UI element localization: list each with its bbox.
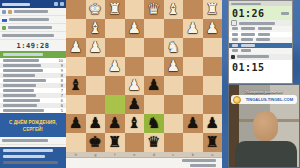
close-icon[interactable] bbox=[60, 2, 64, 6]
square-f3[interactable] bbox=[105, 38, 125, 57]
banner-site-link: TINGALUS-TINGEL.COM bbox=[245, 97, 292, 102]
black-player-name bbox=[237, 55, 269, 58]
white-knight: ♞ bbox=[167, 38, 180, 57]
square-h2[interactable] bbox=[66, 19, 86, 38]
opponent-name-text bbox=[9, 18, 49, 21]
broadcast-timer: 1:49:28 bbox=[0, 40, 66, 51]
event-row[interactable] bbox=[0, 24, 66, 32]
chess-client-screen: 1:49:28 109988877665 С ДНЁМ РОЖДЕНИЯ, СЕ… bbox=[0, 0, 300, 168]
window-title-text bbox=[2, 3, 30, 6]
square-a5[interactable] bbox=[203, 76, 223, 95]
standings-player-name bbox=[3, 94, 36, 97]
white-bishop: ♝ bbox=[89, 19, 102, 38]
standings-player-name bbox=[3, 84, 36, 87]
black-pawn: ♟ bbox=[206, 114, 219, 133]
white-pawn: ♟ bbox=[186, 19, 199, 38]
tournament-sidebar: 1:49:28 109988877665 С ДНЁМ РОЖДЕНИЯ, СЕ… bbox=[0, 0, 67, 168]
move-list bbox=[229, 26, 292, 54]
square-f1[interactable]: ♜ bbox=[105, 0, 125, 19]
white-rook: ♜ bbox=[206, 0, 219, 19]
black-pawn: ♟ bbox=[89, 114, 102, 133]
chess-board: ♚♜♛♝♜♝♟♟♟♟♟♞♟♟♝♟♟♟♟♟♟♝♞♟♟♚♜♛♜ bbox=[66, 0, 222, 152]
black-queen: ♛ bbox=[147, 133, 160, 152]
standings-player-name bbox=[3, 79, 46, 82]
white-pawn: ♟ bbox=[128, 76, 141, 95]
player-info-row[interactable] bbox=[0, 8, 66, 16]
square-d6[interactable] bbox=[144, 95, 164, 114]
black-pawn: ♟ bbox=[186, 114, 199, 133]
russia-flag-icon bbox=[2, 18, 7, 22]
opponent-info-row[interactable] bbox=[0, 16, 66, 24]
white-queen: ♛ bbox=[147, 0, 160, 19]
square-h5[interactable]: ♝ bbox=[66, 76, 86, 95]
square-b1[interactable] bbox=[183, 0, 203, 19]
square-f4[interactable]: ♟ bbox=[105, 57, 125, 76]
white-clock-row: 01:26 bbox=[229, 6, 292, 20]
streamer-head bbox=[253, 111, 278, 141]
square-d1[interactable]: ♛ bbox=[144, 0, 164, 19]
square-g2[interactable]: ♝ bbox=[86, 19, 106, 38]
player-name-text bbox=[14, 10, 48, 13]
coin-icon bbox=[233, 96, 241, 104]
white-pawn: ♟ bbox=[108, 57, 121, 76]
square-g3[interactable]: ♟ bbox=[86, 38, 106, 57]
board-icon bbox=[8, 10, 12, 14]
square-d4[interactable] bbox=[144, 57, 164, 76]
board-status-bar bbox=[66, 157, 222, 168]
pawn-icon bbox=[2, 10, 6, 14]
black-pawn: ♟ bbox=[147, 76, 160, 95]
square-c5[interactable] bbox=[164, 76, 184, 95]
black-bishop: ♝ bbox=[128, 114, 141, 133]
standings-player-name bbox=[3, 104, 37, 107]
square-b2[interactable]: ♟ bbox=[183, 19, 203, 38]
birthday-line1: С ДНЁМ РОЖДЕНИЯ, bbox=[9, 119, 57, 125]
square-a7[interactable]: ♟ bbox=[203, 114, 223, 133]
event-text bbox=[8, 26, 52, 29]
white-bishop: ♝ bbox=[167, 0, 180, 19]
square-f7[interactable]: ♟ bbox=[105, 114, 125, 133]
square-h7[interactable]: ♟ bbox=[66, 114, 86, 133]
square-g8[interactable]: ♚ bbox=[86, 133, 106, 152]
square-a1[interactable]: ♜ bbox=[203, 0, 223, 19]
square-b3[interactable] bbox=[183, 38, 203, 57]
square-d5[interactable]: ♟ bbox=[144, 76, 164, 95]
square-a4[interactable] bbox=[203, 57, 223, 76]
square-h4[interactable] bbox=[66, 57, 86, 76]
square-g4[interactable] bbox=[86, 57, 106, 76]
square-c4[interactable]: ♟ bbox=[164, 57, 184, 76]
white-increment-text bbox=[281, 12, 289, 15]
white-clock: 01:26 bbox=[232, 8, 265, 19]
streamer-shoulders bbox=[235, 141, 297, 168]
black-king: ♚ bbox=[89, 133, 102, 152]
sidebar-footer bbox=[0, 147, 66, 168]
standings-header-text bbox=[3, 53, 43, 56]
square-e4[interactable] bbox=[125, 57, 145, 76]
square-a8[interactable]: ♜ bbox=[203, 133, 223, 152]
square-e7[interactable]: ♝ bbox=[125, 114, 145, 133]
square-b8[interactable] bbox=[183, 133, 203, 152]
link-icon bbox=[2, 26, 6, 30]
square-c3[interactable]: ♞ bbox=[164, 38, 184, 57]
black-pawn: ♟ bbox=[108, 114, 121, 133]
square-b4[interactable] bbox=[183, 57, 203, 76]
black-pawn: ♟ bbox=[69, 114, 82, 133]
black-rook: ♜ bbox=[108, 133, 121, 152]
black-rook: ♜ bbox=[206, 133, 219, 152]
standings-score: 5 bbox=[61, 108, 63, 113]
black-clock-row: 01:15 bbox=[229, 60, 292, 76]
banner-pill: TINGALUS-TINGEL.COM bbox=[231, 95, 297, 104]
square-c8[interactable] bbox=[164, 133, 184, 152]
standings-player-name bbox=[3, 109, 44, 112]
square-e3[interactable] bbox=[125, 38, 145, 57]
standings-player-name bbox=[3, 74, 35, 77]
square-b6[interactable] bbox=[183, 95, 203, 114]
white-pawn: ♟ bbox=[89, 38, 102, 57]
square-g5[interactable] bbox=[86, 76, 106, 95]
white-pawn: ♟ bbox=[69, 38, 82, 57]
birthday-line2: СЕРГЕЙ! bbox=[23, 126, 43, 132]
standings-player-name bbox=[3, 64, 41, 67]
white-pawn: ♟ bbox=[167, 57, 180, 76]
minimize-icon[interactable] bbox=[54, 2, 58, 6]
standings-player-name bbox=[3, 69, 43, 72]
square-g1[interactable]: ♚ bbox=[86, 0, 106, 19]
square-d7[interactable]: ♞ bbox=[144, 114, 164, 133]
black-clock: 01:15 bbox=[232, 62, 265, 73]
info-row-1[interactable] bbox=[0, 137, 66, 145]
square-h3[interactable]: ♟ bbox=[66, 38, 86, 57]
square-h1[interactable] bbox=[66, 0, 86, 19]
white-player-name bbox=[239, 22, 275, 25]
square-b7[interactable]: ♟ bbox=[183, 114, 203, 133]
black-pawn: ♟ bbox=[128, 95, 141, 114]
square-a3[interactable] bbox=[203, 38, 223, 57]
square-h6[interactable] bbox=[66, 95, 86, 114]
banner-text-line1: Ускорило развитие bbox=[233, 89, 296, 94]
birthday-banner: С ДНЁМ РОЖДЕНИЯ, СЕРГЕЙ! bbox=[0, 113, 66, 137]
square-c2[interactable] bbox=[164, 19, 184, 38]
square-f6[interactable] bbox=[105, 95, 125, 114]
webcam-feed: Ускорило развитие TINGALUS-TINGEL.COM bbox=[228, 84, 300, 168]
black-knight: ♞ bbox=[147, 114, 160, 133]
square-e6[interactable]: ♟ bbox=[125, 95, 145, 114]
square-e1[interactable] bbox=[125, 0, 145, 19]
square-f5[interactable] bbox=[105, 76, 125, 95]
black-color-icon bbox=[231, 55, 235, 59]
square-c6[interactable] bbox=[164, 95, 184, 114]
standings-header bbox=[0, 51, 66, 58]
standings-player-name bbox=[3, 99, 40, 102]
square-f2[interactable] bbox=[105, 19, 125, 38]
square-a6[interactable] bbox=[203, 95, 223, 114]
round-text bbox=[2, 34, 54, 37]
standings-table: 109988877665 bbox=[0, 58, 66, 113]
square-a2[interactable]: ♟ bbox=[203, 19, 223, 38]
square-c1[interactable]: ♝ bbox=[164, 0, 184, 19]
sidebar-title-bar bbox=[0, 0, 66, 8]
round-row[interactable] bbox=[0, 32, 66, 40]
square-d2[interactable] bbox=[144, 19, 164, 38]
square-b5[interactable] bbox=[183, 76, 203, 95]
white-king: ♚ bbox=[89, 0, 102, 19]
black-bishop: ♝ bbox=[69, 76, 82, 95]
status-line-1 bbox=[182, 159, 216, 162]
white-pawn: ♟ bbox=[206, 19, 219, 38]
square-e5[interactable]: ♟ bbox=[125, 76, 145, 95]
square-d3[interactable] bbox=[144, 38, 164, 57]
white-rook: ♜ bbox=[108, 0, 121, 19]
standings-player-name bbox=[3, 59, 39, 62]
white-pawn: ♟ bbox=[128, 19, 141, 38]
square-e2[interactable]: ♟ bbox=[125, 19, 145, 38]
square-g7[interactable]: ♟ bbox=[86, 114, 106, 133]
square-h8[interactable] bbox=[66, 133, 86, 152]
status-line-2 bbox=[190, 164, 216, 167]
game-info-panel: 01:26 01:15 bbox=[228, 0, 293, 84]
stream-banner: Ускорило развитие TINGALUS-TINGEL.COM bbox=[231, 89, 297, 106]
board-window: ♚♜♛♝♜♝♟♟♟♟♟♞♟♟♝♟♟♟♟♟♟♝♞♟♟♚♜♛♜ hgfedcba bbox=[66, 0, 222, 168]
square-f8[interactable]: ♜ bbox=[105, 133, 125, 152]
white-color-icon bbox=[231, 20, 237, 26]
square-c7[interactable] bbox=[164, 114, 184, 133]
square-e8[interactable] bbox=[125, 133, 145, 152]
square-d8[interactable]: ♛ bbox=[144, 133, 164, 152]
square-g6[interactable] bbox=[86, 95, 106, 114]
standings-player-name bbox=[3, 89, 34, 92]
